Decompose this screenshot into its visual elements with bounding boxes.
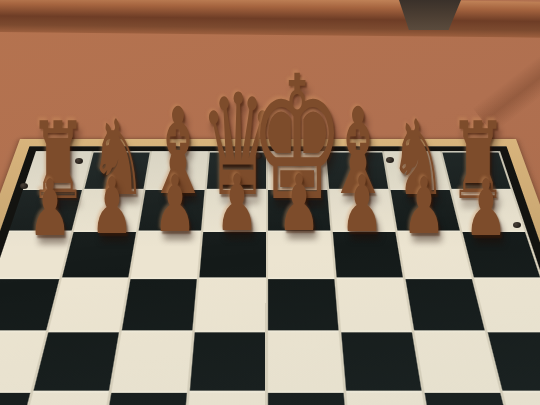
piece-pawn-b7[interactable]: ♟ [90, 167, 133, 245]
chessboard-photo-scene: ♜ ♞ ♝ ♛ ♚ ♝ ♞ ♜ ♟ ♟ ♟ ♟ ♟ ♟ ♟ ♟ [0, 0, 540, 405]
piece-pawn-e7[interactable]: ♟ [277, 164, 320, 242]
piece-pawn-c7[interactable]: ♟ [153, 165, 196, 243]
piece-pawn-d7[interactable]: ♟ [215, 164, 258, 242]
piece-pawn-h7[interactable]: ♟ [464, 169, 507, 247]
piece-pawn-g7[interactable]: ♟ [402, 167, 445, 245]
frame-screw [513, 222, 521, 228]
piece-pawn-f7[interactable]: ♟ [340, 165, 383, 243]
piece-pawn-a7[interactable]: ♟ [28, 169, 71, 247]
table-rail-cushion [0, 0, 540, 38]
frame-screw [20, 183, 28, 189]
